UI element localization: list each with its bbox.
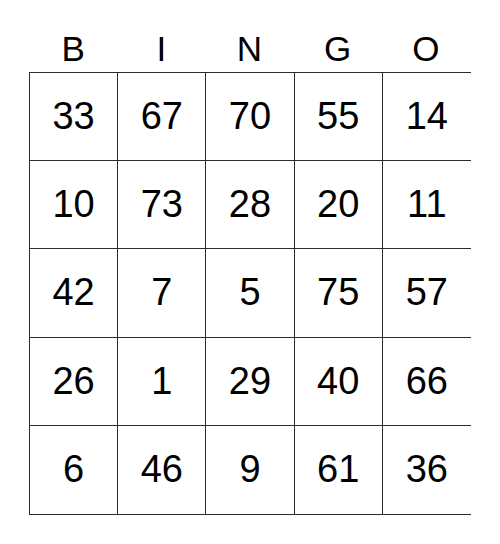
bingo-cell-r2c3[interactable]: 28 <box>206 161 294 249</box>
header-letter-o: O <box>382 31 470 72</box>
bingo-cell-r5c3[interactable]: 9 <box>206 426 294 514</box>
bingo-cell-r4c4[interactable]: 40 <box>295 338 383 426</box>
bingo-page: B I N G O 33 67 70 55 14 10 73 28 20 11 … <box>0 0 500 544</box>
bingo-cell-r4c3[interactable]: 29 <box>206 338 294 426</box>
bingo-cell-r1c1[interactable]: 33 <box>30 73 118 161</box>
bingo-cell-r2c1[interactable]: 10 <box>30 161 118 249</box>
bingo-cell-r2c4[interactable]: 20 <box>295 161 383 249</box>
bingo-cell-r5c5[interactable]: 36 <box>383 426 471 514</box>
bingo-grid: 33 67 70 55 14 10 73 28 20 11 42 7 5 75 … <box>29 72 471 515</box>
bingo-cell-r3c4[interactable]: 75 <box>295 249 383 337</box>
header-letter-b: B <box>29 31 117 72</box>
bingo-cell-r2c5[interactable]: 11 <box>383 161 471 249</box>
bingo-cell-r3c3[interactable]: 5 <box>206 249 294 337</box>
bingo-cell-r4c2[interactable]: 1 <box>118 338 206 426</box>
bingo-cell-r1c2[interactable]: 67 <box>118 73 206 161</box>
bingo-cell-r5c4[interactable]: 61 <box>295 426 383 514</box>
bingo-card: B I N G O 33 67 70 55 14 10 73 28 20 11 … <box>29 0 471 515</box>
bingo-cell-r1c4[interactable]: 55 <box>295 73 383 161</box>
bingo-cell-r1c3[interactable]: 70 <box>206 73 294 161</box>
header-letter-g: G <box>294 31 382 72</box>
bingo-cell-r1c5[interactable]: 14 <box>383 73 471 161</box>
header-letter-n: N <box>205 31 293 72</box>
bingo-cell-r2c2[interactable]: 73 <box>118 161 206 249</box>
bingo-cell-r4c5[interactable]: 66 <box>383 338 471 426</box>
header-letter-i: I <box>117 31 205 72</box>
bingo-cell-r3c1[interactable]: 42 <box>30 249 118 337</box>
bingo-cell-r3c2[interactable]: 7 <box>118 249 206 337</box>
bingo-cell-r5c2[interactable]: 46 <box>118 426 206 514</box>
bingo-cell-r5c1[interactable]: 6 <box>30 426 118 514</box>
bingo-cell-r4c1[interactable]: 26 <box>30 338 118 426</box>
bingo-cell-r3c5[interactable]: 57 <box>383 249 471 337</box>
bingo-header: B I N G O <box>29 0 471 72</box>
